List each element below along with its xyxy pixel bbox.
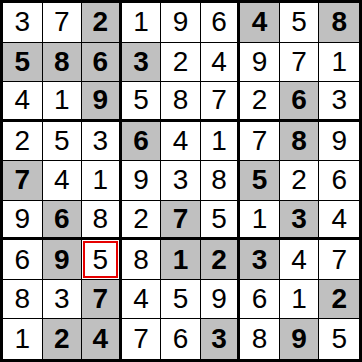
cell-r8c4[interactable]: 4 xyxy=(122,280,162,320)
cell-r4c3[interactable]: 3 xyxy=(82,122,122,162)
cell-r6c8[interactable]: 3 xyxy=(280,201,320,241)
cell-r9c9[interactable]: 5 xyxy=(319,319,359,359)
cell-r7c5[interactable]: 1 xyxy=(161,240,201,280)
cell-r8c2[interactable]: 3 xyxy=(43,280,83,320)
cell-r9c7[interactable]: 8 xyxy=(240,319,280,359)
cell-r8c5[interactable]: 5 xyxy=(161,280,201,320)
cell-r5c2[interactable]: 4 xyxy=(43,161,83,201)
cell-r7c8[interactable]: 4 xyxy=(280,240,320,280)
cell-r1c1[interactable]: 3 xyxy=(3,3,43,43)
cell-r6c2[interactable]: 6 xyxy=(43,201,83,241)
cell-r8c1[interactable]: 8 xyxy=(3,280,43,320)
cell-r4c5[interactable]: 4 xyxy=(161,122,201,162)
cell-r4c1[interactable]: 2 xyxy=(3,122,43,162)
cell-r2c1[interactable]: 5 xyxy=(3,43,43,83)
cell-r7c7[interactable]: 3 xyxy=(240,240,280,280)
cell-r2c7[interactable]: 9 xyxy=(240,43,280,83)
cell-r4c2[interactable]: 5 xyxy=(43,122,83,162)
cell-r3c9[interactable]: 3 xyxy=(319,82,359,122)
cell-r5c3[interactable]: 1 xyxy=(82,161,122,201)
cell-r6c4[interactable]: 2 xyxy=(122,201,162,241)
cell-r3c6[interactable]: 7 xyxy=(201,82,241,122)
cell-r2c4[interactable]: 3 xyxy=(122,43,162,83)
cell-r5c1[interactable]: 7 xyxy=(3,161,43,201)
cell-r1c7[interactable]: 4 xyxy=(240,3,280,43)
cell-r1c5[interactable]: 9 xyxy=(161,3,201,43)
cell-r9c8[interactable]: 9 xyxy=(280,319,320,359)
cell-r9c4[interactable]: 7 xyxy=(122,319,162,359)
cell-r2c5[interactable]: 2 xyxy=(161,43,201,83)
cell-r4c6[interactable]: 1 xyxy=(201,122,241,162)
cell-r1c6[interactable]: 6 xyxy=(201,3,241,43)
cell-r7c4[interactable]: 8 xyxy=(122,240,162,280)
cell-r3c1[interactable]: 4 xyxy=(3,82,43,122)
cell-r1c8[interactable]: 5 xyxy=(280,3,320,43)
cell-r3c8[interactable]: 6 xyxy=(280,82,320,122)
cell-r7c6[interactable]: 2 xyxy=(201,240,241,280)
cell-r4c9[interactable]: 9 xyxy=(319,122,359,162)
sudoku-board: 3721964585863249714195872632536417897419… xyxy=(0,0,362,362)
cell-r2c6[interactable]: 4 xyxy=(201,43,241,83)
cell-r9c1[interactable]: 1 xyxy=(3,319,43,359)
cell-r9c5[interactable]: 6 xyxy=(161,319,201,359)
cell-r5c8[interactable]: 2 xyxy=(280,161,320,201)
cell-r8c9[interactable]: 2 xyxy=(319,280,359,320)
cell-r5c9[interactable]: 6 xyxy=(319,161,359,201)
cell-r6c1[interactable]: 9 xyxy=(3,201,43,241)
cell-r8c6[interactable]: 9 xyxy=(201,280,241,320)
cell-r7c9[interactable]: 7 xyxy=(319,240,359,280)
cell-r6c9[interactable]: 4 xyxy=(319,201,359,241)
cell-r6c6[interactable]: 5 xyxy=(201,201,241,241)
cell-r9c6[interactable]: 3 xyxy=(201,319,241,359)
cell-r2c9[interactable]: 1 xyxy=(319,43,359,83)
cell-r2c8[interactable]: 7 xyxy=(280,43,320,83)
cell-r3c5[interactable]: 8 xyxy=(161,82,201,122)
cell-r9c3[interactable]: 4 xyxy=(82,319,122,359)
cell-r3c4[interactable]: 5 xyxy=(122,82,162,122)
cell-r5c7[interactable]: 5 xyxy=(240,161,280,201)
cell-r3c7[interactable]: 2 xyxy=(240,82,280,122)
cell-r5c6[interactable]: 8 xyxy=(201,161,241,201)
cell-r9c2[interactable]: 2 xyxy=(43,319,83,359)
cell-r7c3[interactable]: 5 xyxy=(82,240,122,280)
cell-r7c2[interactable]: 9 xyxy=(43,240,83,280)
cell-r1c3[interactable]: 2 xyxy=(82,3,122,43)
cell-r6c7[interactable]: 1 xyxy=(240,201,280,241)
cell-r7c1[interactable]: 6 xyxy=(3,240,43,280)
cell-r3c3[interactable]: 9 xyxy=(82,82,122,122)
cell-r1c9[interactable]: 8 xyxy=(319,3,359,43)
cell-r6c5[interactable]: 7 xyxy=(161,201,201,241)
cell-r3c2[interactable]: 1 xyxy=(43,82,83,122)
cell-r8c3[interactable]: 7 xyxy=(82,280,122,320)
cell-r4c8[interactable]: 8 xyxy=(280,122,320,162)
cell-r8c8[interactable]: 1 xyxy=(280,280,320,320)
cell-r2c2[interactable]: 8 xyxy=(43,43,83,83)
cell-r8c7[interactable]: 6 xyxy=(240,280,280,320)
cell-r1c4[interactable]: 1 xyxy=(122,3,162,43)
cell-r6c3[interactable]: 8 xyxy=(82,201,122,241)
cell-r4c7[interactable]: 7 xyxy=(240,122,280,162)
cell-r2c3[interactable]: 6 xyxy=(82,43,122,83)
cell-r1c2[interactable]: 7 xyxy=(43,3,83,43)
cell-r5c5[interactable]: 3 xyxy=(161,161,201,201)
cell-r4c4[interactable]: 6 xyxy=(122,122,162,162)
cell-r5c4[interactable]: 9 xyxy=(122,161,162,201)
